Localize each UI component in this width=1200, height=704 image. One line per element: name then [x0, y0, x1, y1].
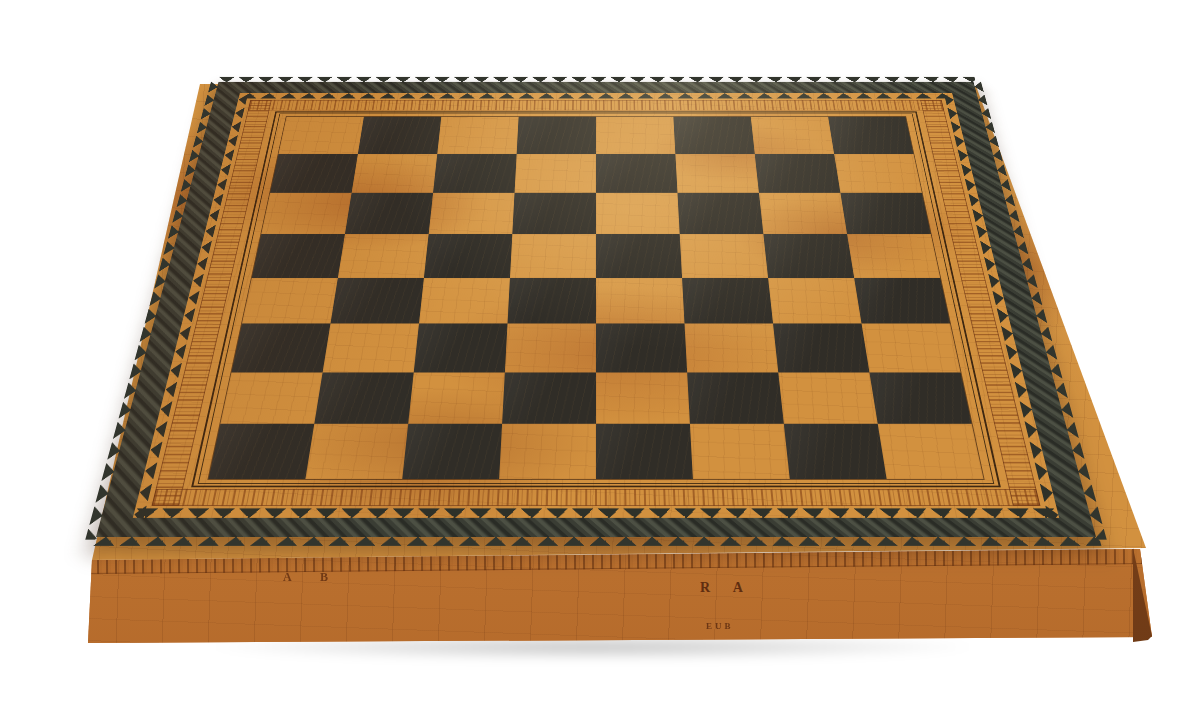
stitch-fringe-inner-bottom [133, 508, 1059, 517]
square-h5[interactable] [847, 234, 940, 278]
square-b5[interactable] [338, 234, 429, 278]
square-b3[interactable] [323, 324, 419, 373]
square-d5[interactable] [510, 234, 596, 278]
square-h6[interactable] [840, 193, 930, 234]
square-c8[interactable] [437, 117, 518, 154]
square-h4[interactable] [854, 278, 950, 324]
square-c6[interactable] [429, 193, 515, 234]
stitch-fringe-outer-top [216, 77, 976, 83]
square-g2[interactable] [778, 372, 877, 424]
square-h3[interactable] [862, 324, 961, 373]
square-f4[interactable] [682, 278, 773, 324]
square-d6[interactable] [512, 193, 596, 234]
square-c1[interactable] [402, 424, 502, 479]
square-f7[interactable] [675, 154, 759, 193]
square-h2[interactable] [869, 372, 971, 424]
square-d4[interactable] [507, 278, 596, 324]
square-e8[interactable] [596, 117, 675, 154]
square-c7[interactable] [433, 154, 517, 193]
square-f3[interactable] [685, 324, 779, 373]
square-e2[interactable] [596, 372, 690, 424]
square-d7[interactable] [515, 154, 596, 193]
square-b2[interactable] [314, 372, 413, 424]
square-b1[interactable] [305, 424, 408, 479]
square-g1[interactable] [784, 424, 887, 479]
chess-board [208, 117, 983, 479]
map-label-eub: EUB [706, 621, 734, 631]
square-g8[interactable] [751, 117, 834, 154]
square-g6[interactable] [759, 193, 847, 234]
square-f5[interactable] [680, 234, 768, 278]
square-b4[interactable] [330, 278, 423, 324]
square-e5[interactable] [596, 234, 682, 278]
square-a8[interactable] [279, 117, 364, 154]
square-a5[interactable] [252, 234, 345, 278]
square-a7[interactable] [270, 154, 358, 193]
square-g3[interactable] [773, 324, 869, 373]
square-c2[interactable] [408, 372, 505, 424]
stitch-fringe-inner-top [239, 93, 954, 99]
square-f6[interactable] [677, 193, 763, 234]
square-h8[interactable] [828, 117, 913, 154]
square-a6[interactable] [261, 193, 351, 234]
square-e3[interactable] [596, 324, 687, 373]
square-a2[interactable] [220, 372, 322, 424]
board-top-surface [96, 82, 1096, 537]
square-e1[interactable] [596, 424, 693, 479]
square-d8[interactable] [517, 117, 596, 154]
chessboard-product-photo: A B R A EUB [0, 0, 1200, 704]
square-b6[interactable] [345, 193, 433, 234]
ornament-band-top [248, 100, 944, 110]
square-f8[interactable] [673, 117, 754, 154]
map-label-ra: R A [700, 580, 753, 596]
square-g5[interactable] [763, 234, 854, 278]
square-b7[interactable] [352, 154, 438, 193]
square-d2[interactable] [502, 372, 596, 424]
square-a4[interactable] [242, 278, 338, 324]
square-c3[interactable] [414, 324, 508, 373]
square-e7[interactable] [596, 154, 677, 193]
square-f2[interactable] [687, 372, 784, 424]
square-e6[interactable] [596, 193, 680, 234]
square-g7[interactable] [755, 154, 841, 193]
square-a1[interactable] [208, 424, 314, 479]
square-a3[interactable] [231, 324, 330, 373]
square-e4[interactable] [596, 278, 685, 324]
stitch-fringe-outer-bottom [91, 536, 1102, 546]
square-h1[interactable] [878, 424, 984, 479]
square-c4[interactable] [419, 278, 510, 324]
square-d1[interactable] [499, 424, 596, 479]
square-c5[interactable] [424, 234, 512, 278]
square-b8[interactable] [358, 117, 441, 154]
square-h7[interactable] [834, 154, 922, 193]
ornament-band-bottom [152, 489, 1041, 506]
square-d3[interactable] [505, 324, 596, 373]
square-f1[interactable] [690, 424, 790, 479]
map-label-left: A B [283, 570, 341, 585]
square-g4[interactable] [768, 278, 861, 324]
